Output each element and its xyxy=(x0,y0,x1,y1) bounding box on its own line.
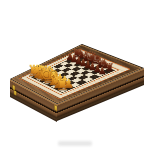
brass-hinge xyxy=(14,90,17,96)
chess-set-photo: ♜♞♝♛♚♝♞♜♟♟♟♟♟♟♟♟♟♟♟♟♟♟♟♟♜♞♝♛♚♝♞♜ xyxy=(0,0,150,150)
white-rook-h1: ♜ xyxy=(53,77,73,93)
black-pawn-h7: ♟ xyxy=(96,66,110,76)
watermark xyxy=(58,141,92,146)
